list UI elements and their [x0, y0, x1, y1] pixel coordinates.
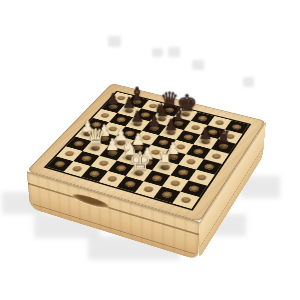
- peg-hole: [181, 197, 191, 203]
- piece-black-pawn[interactable]: ♟: [196, 126, 215, 142]
- peg-hole: [170, 180, 180, 186]
- peg-hole: [90, 171, 100, 177]
- background-artifact: [243, 77, 254, 87]
- background-artifact: [168, 47, 180, 57]
- peg-hole: [74, 141, 84, 146]
- piece-white-rook[interactable]: ♜: [155, 149, 175, 168]
- piece-white-king[interactable]: ♚: [129, 148, 149, 173]
- peg-hole: [144, 186, 154, 192]
- piece-black-pawn[interactable]: ♟: [162, 117, 181, 133]
- peg-hole: [117, 117, 126, 122]
- peg-hole: [107, 176, 117, 182]
- peg-hole: [197, 175, 207, 181]
- peg-hole: [179, 170, 189, 176]
- peg-hole: [194, 149, 203, 154]
- chess-box: ♝♛♚♟♟♞♝♟♟♟♟♜♟♟♟♟♟♛♟♞♟♜♚: [26, 83, 266, 222]
- product-photo: ♝♛♚♟♟♞♝♟♟♟♟♜♟♟♟♟♟♛♟♞♟♜♚: [0, 0, 300, 300]
- peg-hole: [65, 151, 75, 156]
- square-e6[interactable]: ♟: [159, 126, 184, 140]
- piece-black-rook[interactable]: ♜: [214, 128, 233, 146]
- peg-hole: [152, 175, 162, 181]
- peg-hole: [116, 165, 126, 171]
- peg-hole: [184, 135, 193, 140]
- peg-hole: [198, 116, 207, 121]
- peg-hole: [232, 125, 241, 130]
- background-artifact: [192, 60, 204, 70]
- peg-hole: [189, 186, 199, 192]
- peg-hole: [125, 181, 135, 187]
- peg-hole: [212, 154, 221, 160]
- background-artifact: [108, 36, 121, 47]
- peg-hole: [162, 192, 172, 198]
- background-artifact: [152, 48, 163, 57]
- peg-hole: [186, 159, 195, 165]
- peg-hole: [101, 113, 110, 118]
- peg-hole: [204, 164, 213, 170]
- peg-hole: [82, 156, 92, 162]
- peg-hole: [99, 160, 109, 166]
- peg-hole: [215, 120, 224, 125]
- peg-hole: [55, 161, 65, 167]
- peg-hole: [72, 166, 82, 172]
- square-h6[interactable]: ♜: [211, 139, 236, 154]
